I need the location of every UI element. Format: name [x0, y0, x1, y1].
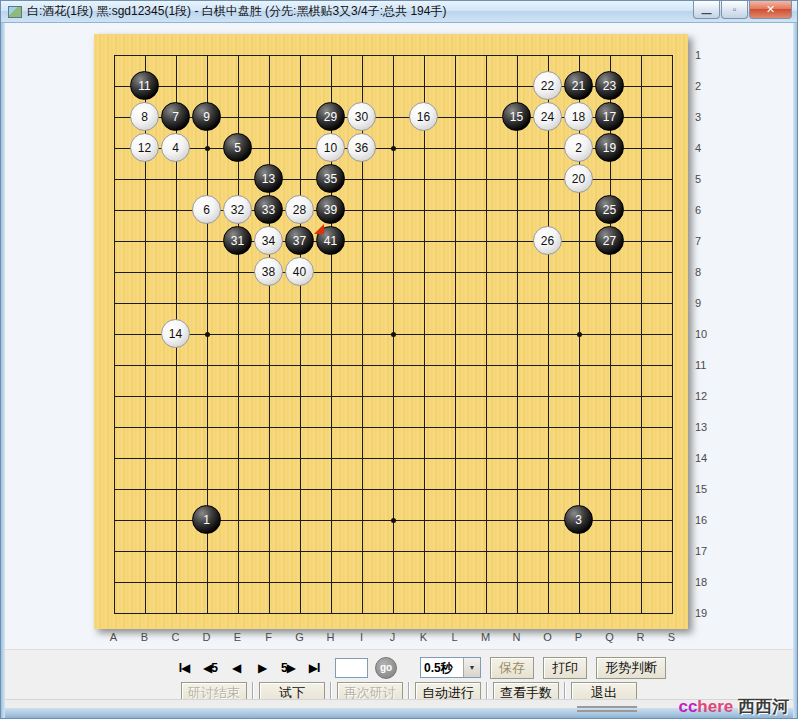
stone-black-39: 39 — [316, 195, 345, 224]
close-button[interactable]: ✕ — [749, 1, 792, 19]
minimize-icon: — — [702, 8, 712, 19]
delay-value: 0.5秒 — [421, 658, 463, 677]
toolbar-button-row1-2[interactable]: 形势判断 — [596, 657, 666, 679]
row-label-3: 3 — [692, 101, 716, 132]
stone-white-14: 14 — [161, 319, 190, 348]
stone-white-12: 12 — [130, 133, 159, 162]
board-stones-layer: 1234567891011121314151617181920212223242… — [98, 39, 687, 628]
stone-black-9: 9 — [192, 102, 221, 131]
last-move-marker-icon — [314, 224, 324, 234]
minimize-button[interactable]: — — [693, 1, 720, 19]
stone-black-29: 29 — [316, 102, 345, 131]
go-button[interactable]: go — [375, 657, 397, 679]
column-label-O: O — [532, 631, 563, 643]
stone-white-30: 30 — [347, 102, 376, 131]
column-label-I: I — [346, 631, 377, 643]
close-icon: ✕ — [766, 3, 775, 16]
stone-white-34: 34 — [254, 226, 283, 255]
stone-white-16: 16 — [409, 102, 438, 131]
row-label-19: 19 — [692, 597, 716, 628]
column-label-M: M — [470, 631, 501, 643]
stone-black-27: 27 — [595, 226, 624, 255]
stone-black-7: 7 — [161, 102, 190, 131]
column-label-H: H — [315, 631, 346, 643]
row-label-6: 6 — [692, 194, 716, 225]
column-label-B: B — [129, 631, 160, 643]
stone-black-25: 25 — [595, 195, 624, 224]
watermark-site: 西西河 — [733, 697, 789, 716]
column-coordinate-labels: ABCDEFGHIJKLMNOPQRS — [98, 631, 687, 643]
stone-white-18: 18 — [564, 102, 593, 131]
stone-black-1: 1 — [192, 505, 221, 534]
app-icon — [8, 6, 22, 18]
app-window: 白:酒花(1段) 黑:sgd12345(1段) - 白棋中盘胜 (分先:黑棋贴3… — [0, 0, 798, 719]
window-controls: — ▫ ✕ — [692, 1, 792, 19]
row-label-4: 4 — [692, 132, 716, 163]
row-coordinate-labels: 12345678910111213141516171819 — [692, 39, 716, 628]
row-label-14: 14 — [692, 442, 716, 473]
stone-black-31: 31 — [223, 226, 252, 255]
go-board[interactable]: 1234567891011121314151617181920212223242… — [94, 34, 688, 629]
watermark-cc: cc — [678, 697, 697, 716]
stone-black-23: 23 — [595, 71, 624, 100]
window-border-left — [1, 23, 5, 718]
watermark-here: here — [697, 697, 733, 716]
stone-black-17: 17 — [595, 102, 624, 131]
nav-forward-5-button[interactable]: 5▶ — [275, 661, 301, 675]
row-label-8: 8 — [692, 256, 716, 287]
column-label-J: J — [377, 631, 408, 643]
stone-black-15: 15 — [502, 102, 531, 131]
control-panel: I◀◀5◀▶5▶▶I go 0.5秒 ▼ 保存打印形势判断 研讨结束试下再次研讨… — [1, 649, 797, 701]
stone-white-2: 2 — [564, 133, 593, 162]
column-label-C: C — [160, 631, 191, 643]
row-label-12: 12 — [692, 380, 716, 411]
toolbar-button-row1-1[interactable]: 打印 — [543, 657, 587, 679]
window-title: 白:酒花(1段) 黑:sgd12345(1段) - 白棋中盘胜 (分先:黑棋贴3… — [27, 3, 446, 20]
stone-black-3: 3 — [564, 505, 593, 534]
column-label-S: S — [656, 631, 687, 643]
titlebar: 白:酒花(1段) 黑:sgd12345(1段) - 白棋中盘胜 (分先:黑棋贴3… — [1, 1, 797, 23]
stone-white-26: 26 — [533, 226, 562, 255]
maximize-button[interactable]: ▫ — [721, 1, 748, 19]
stone-white-8: 8 — [130, 102, 159, 131]
row-label-11: 11 — [692, 349, 716, 380]
stone-white-28: 28 — [285, 195, 314, 224]
toolbar-button-row1-0[interactable]: 保存 — [490, 657, 534, 679]
stone-white-32: 32 — [223, 195, 252, 224]
row-label-18: 18 — [692, 566, 716, 597]
row-label-5: 5 — [692, 163, 716, 194]
move-number-input[interactable] — [335, 658, 368, 678]
stone-white-10: 10 — [316, 133, 345, 162]
stone-black-5: 5 — [223, 133, 252, 162]
stone-black-33: 33 — [254, 195, 283, 224]
stone-black-41: 41 — [316, 226, 345, 255]
navigation-toolbar: I◀◀5◀▶5▶▶I go 0.5秒 ▼ 保存打印形势判断 — [171, 656, 666, 679]
maximize-icon: ▫ — [733, 4, 737, 15]
watermark: cchere 西西河 — [678, 695, 789, 718]
row-label-2: 2 — [692, 70, 716, 101]
row-label-15: 15 — [692, 473, 716, 504]
stone-black-35: 35 — [316, 164, 345, 193]
column-label-K: K — [408, 631, 439, 643]
row-label-7: 7 — [692, 225, 716, 256]
stone-black-19: 19 — [595, 133, 624, 162]
stone-white-40: 40 — [285, 257, 314, 286]
chevron-down-icon[interactable]: ▼ — [463, 658, 480, 677]
row-label-10: 10 — [692, 318, 716, 349]
row-label-1: 1 — [692, 39, 716, 70]
row-label-13: 13 — [692, 411, 716, 442]
row-label-9: 9 — [692, 287, 716, 318]
column-label-D: D — [191, 631, 222, 643]
column-label-L: L — [439, 631, 470, 643]
stone-white-4: 4 — [161, 133, 190, 162]
stone-white-22: 22 — [533, 71, 562, 100]
row-label-16: 16 — [692, 504, 716, 535]
window-border-right — [793, 23, 797, 718]
stone-white-38: 38 — [254, 257, 283, 286]
nav-first-button[interactable]: I◀ — [171, 661, 197, 675]
stone-white-20: 20 — [564, 164, 593, 193]
delay-dropdown[interactable]: 0.5秒 ▼ — [420, 657, 481, 678]
column-label-G: G — [284, 631, 315, 643]
column-label-E: E — [222, 631, 253, 643]
nav-forward-1-button[interactable]: ▶ — [249, 661, 275, 675]
nav-back-1-button[interactable]: ◀ — [223, 661, 249, 675]
column-label-P: P — [563, 631, 594, 643]
stone-white-36: 36 — [347, 133, 376, 162]
row-label-17: 17 — [692, 535, 716, 566]
stone-black-37: 37 — [285, 226, 314, 255]
stone-black-13: 13 — [254, 164, 283, 193]
stone-black-11: 11 — [130, 71, 159, 100]
column-label-N: N — [501, 631, 532, 643]
resize-grip — [577, 706, 637, 712]
column-label-Q: Q — [594, 631, 625, 643]
nav-back-5-button[interactable]: ◀5 — [197, 661, 223, 675]
column-label-A: A — [98, 631, 129, 643]
stone-white-24: 24 — [533, 102, 562, 131]
nav-last-button[interactable]: ▶I — [301, 661, 327, 675]
stone-white-6: 6 — [192, 195, 221, 224]
stone-black-21: 21 — [564, 71, 593, 100]
column-label-F: F — [253, 631, 284, 643]
column-label-R: R — [625, 631, 656, 643]
